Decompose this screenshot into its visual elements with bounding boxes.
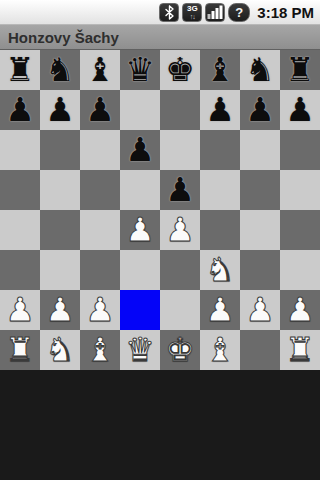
piece-white-pawn: ♟ bbox=[245, 290, 275, 330]
square-g3[interactable] bbox=[240, 250, 280, 290]
square-d2[interactable] bbox=[120, 290, 160, 330]
piece-white-knight: ♞ bbox=[205, 250, 235, 290]
piece-black-pawn: ♟ bbox=[245, 90, 275, 130]
square-e5[interactable]: ♟ bbox=[160, 170, 200, 210]
square-b7[interactable]: ♟ bbox=[40, 90, 80, 130]
piece-black-bishop: ♝ bbox=[205, 50, 235, 90]
piece-black-rook: ♜ bbox=[5, 50, 35, 90]
piece-black-pawn: ♟ bbox=[285, 90, 315, 130]
square-f3[interactable]: ♞ bbox=[200, 250, 240, 290]
square-e7[interactable] bbox=[160, 90, 200, 130]
square-f4[interactable] bbox=[200, 210, 240, 250]
square-c7[interactable]: ♟ bbox=[80, 90, 120, 130]
piece-black-pawn: ♟ bbox=[205, 90, 235, 130]
piece-white-rook: ♜ bbox=[5, 330, 35, 370]
square-h4[interactable] bbox=[280, 210, 320, 250]
piece-black-pawn: ♟ bbox=[5, 90, 35, 130]
square-g4[interactable] bbox=[240, 210, 280, 250]
square-e3[interactable] bbox=[160, 250, 200, 290]
title-bar: Honzovy Šachy bbox=[0, 25, 320, 50]
square-b1[interactable]: ♞ bbox=[40, 330, 80, 370]
question-icon: ? bbox=[228, 3, 250, 22]
square-b3[interactable] bbox=[40, 250, 80, 290]
piece-black-king: ♚ bbox=[165, 50, 195, 90]
square-g6[interactable] bbox=[240, 130, 280, 170]
piece-black-pawn: ♟ bbox=[165, 170, 195, 210]
phone-screen: 3G ↑↓ ? 3:18 PM Honzovy Šachy ♜♞♝♛♚♝♞♜♟♟… bbox=[0, 0, 320, 480]
square-h1[interactable]: ♜ bbox=[280, 330, 320, 370]
piece-black-knight: ♞ bbox=[245, 50, 275, 90]
3g-icon: 3G ↑↓ bbox=[182, 3, 202, 22]
square-e2[interactable] bbox=[160, 290, 200, 330]
piece-black-knight: ♞ bbox=[45, 50, 75, 90]
square-h7[interactable]: ♟ bbox=[280, 90, 320, 130]
piece-white-rook: ♜ bbox=[285, 330, 315, 370]
square-a4[interactable] bbox=[0, 210, 40, 250]
square-d5[interactable] bbox=[120, 170, 160, 210]
piece-white-pawn: ♟ bbox=[85, 290, 115, 330]
square-f1[interactable]: ♝ bbox=[200, 330, 240, 370]
piece-black-bishop: ♝ bbox=[85, 50, 115, 90]
piece-black-rook: ♜ bbox=[285, 50, 315, 90]
square-a5[interactable] bbox=[0, 170, 40, 210]
piece-white-pawn: ♟ bbox=[165, 210, 195, 250]
square-c3[interactable] bbox=[80, 250, 120, 290]
status-bar: 3G ↑↓ ? 3:18 PM bbox=[0, 0, 320, 25]
square-h5[interactable] bbox=[280, 170, 320, 210]
piece-black-queen: ♛ bbox=[125, 50, 155, 90]
square-f7[interactable]: ♟ bbox=[200, 90, 240, 130]
piece-black-pawn: ♟ bbox=[85, 90, 115, 130]
piece-black-pawn: ♟ bbox=[45, 90, 75, 130]
square-g1[interactable] bbox=[240, 330, 280, 370]
square-g8[interactable]: ♞ bbox=[240, 50, 280, 90]
square-e4[interactable]: ♟ bbox=[160, 210, 200, 250]
square-a7[interactable]: ♟ bbox=[0, 90, 40, 130]
chess-board: ♜♞♝♛♚♝♞♜♟♟♟♟♟♟♟♟♟♟♞♟♟♟♟♟♟♜♞♝♛♚♝♜ bbox=[0, 50, 320, 370]
piece-white-knight: ♞ bbox=[45, 330, 75, 370]
square-a3[interactable] bbox=[0, 250, 40, 290]
square-b2[interactable]: ♟ bbox=[40, 290, 80, 330]
square-a6[interactable] bbox=[0, 130, 40, 170]
square-b6[interactable] bbox=[40, 130, 80, 170]
square-e1[interactable]: ♚ bbox=[160, 330, 200, 370]
square-c4[interactable] bbox=[80, 210, 120, 250]
piece-white-pawn: ♟ bbox=[285, 290, 315, 330]
square-c6[interactable] bbox=[80, 130, 120, 170]
piece-white-bishop: ♝ bbox=[205, 330, 235, 370]
app-title: Honzovy Šachy bbox=[8, 29, 119, 46]
piece-white-king: ♚ bbox=[165, 330, 195, 370]
piece-white-queen: ♛ bbox=[125, 330, 155, 370]
piece-black-pawn: ♟ bbox=[125, 130, 155, 170]
square-g2[interactable]: ♟ bbox=[240, 290, 280, 330]
square-f5[interactable] bbox=[200, 170, 240, 210]
square-e8[interactable]: ♚ bbox=[160, 50, 200, 90]
bluetooth-icon bbox=[159, 3, 179, 22]
square-h8[interactable]: ♜ bbox=[280, 50, 320, 90]
square-f2[interactable]: ♟ bbox=[200, 290, 240, 330]
square-d3[interactable] bbox=[120, 250, 160, 290]
square-a1[interactable]: ♜ bbox=[0, 330, 40, 370]
piece-white-pawn: ♟ bbox=[45, 290, 75, 330]
square-c8[interactable]: ♝ bbox=[80, 50, 120, 90]
square-d1[interactable]: ♛ bbox=[120, 330, 160, 370]
piece-white-bishop: ♝ bbox=[85, 330, 115, 370]
square-h2[interactable]: ♟ bbox=[280, 290, 320, 330]
square-f6[interactable] bbox=[200, 130, 240, 170]
piece-white-pawn: ♟ bbox=[205, 290, 235, 330]
square-b4[interactable] bbox=[40, 210, 80, 250]
square-a2[interactable]: ♟ bbox=[0, 290, 40, 330]
square-b5[interactable] bbox=[40, 170, 80, 210]
board-background-area bbox=[0, 370, 320, 480]
square-f8[interactable]: ♝ bbox=[200, 50, 240, 90]
square-c2[interactable]: ♟ bbox=[80, 290, 120, 330]
square-h6[interactable] bbox=[280, 130, 320, 170]
square-c5[interactable] bbox=[80, 170, 120, 210]
square-d4[interactable]: ♟ bbox=[120, 210, 160, 250]
piece-white-pawn: ♟ bbox=[5, 290, 35, 330]
square-d8[interactable]: ♛ bbox=[120, 50, 160, 90]
piece-white-pawn: ♟ bbox=[125, 210, 155, 250]
square-b8[interactable]: ♞ bbox=[40, 50, 80, 90]
square-a8[interactable]: ♜ bbox=[0, 50, 40, 90]
signal-strength-icon bbox=[205, 3, 225, 22]
square-g7[interactable]: ♟ bbox=[240, 90, 280, 130]
square-d7[interactable] bbox=[120, 90, 160, 130]
square-h3[interactable] bbox=[280, 250, 320, 290]
status-clock: 3:18 PM bbox=[253, 4, 316, 21]
square-d6[interactable]: ♟ bbox=[120, 130, 160, 170]
square-g5[interactable] bbox=[240, 170, 280, 210]
square-c1[interactable]: ♝ bbox=[80, 330, 120, 370]
square-e6[interactable] bbox=[160, 130, 200, 170]
